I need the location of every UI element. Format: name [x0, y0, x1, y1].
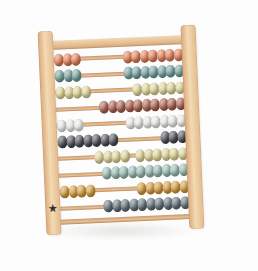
bead-group: [59, 184, 94, 198]
product-photo: ★: [0, 0, 258, 271]
bead-group: [135, 147, 187, 162]
rod-row-1: [54, 48, 182, 67]
bead-group: [57, 133, 117, 149]
bead-white[interactable]: [73, 118, 84, 131]
rod-row-10: [60, 197, 188, 216]
bead-group: [94, 150, 129, 164]
bead-group: [136, 180, 188, 195]
bead-group: [122, 48, 182, 64]
bead-group: [55, 85, 90, 99]
rod-row-5: [56, 114, 184, 133]
rods-area: [53, 23, 190, 236]
bead-group: [132, 81, 184, 96]
rod-row-8: [59, 164, 187, 183]
bead-group: [54, 52, 80, 66]
bead-teal[interactable]: [71, 69, 82, 82]
bead-group: [160, 130, 186, 144]
bead-pale-yellow[interactable]: [81, 85, 92, 98]
bead-pale-yellow[interactable]: [119, 149, 130, 162]
abacus-frame: ★: [38, 23, 205, 238]
bead-coral-orange[interactable]: [71, 52, 82, 65]
bead-group: [102, 164, 187, 181]
bead-group: [125, 114, 185, 130]
bead-group: [103, 197, 188, 214]
rod-row-2: [54, 64, 182, 83]
rod-row-6: [57, 130, 185, 149]
star-logo-icon: ★: [45, 203, 61, 216]
bead-mustard[interactable]: [85, 184, 96, 197]
rod-row-9: [59, 180, 187, 199]
bead-group: [56, 118, 82, 132]
rod-row-3: [55, 81, 183, 100]
bead-charcoal[interactable]: [108, 133, 119, 146]
bead-group: [54, 69, 80, 83]
bead-group: [123, 64, 183, 80]
rod-row-4: [56, 97, 184, 116]
bead-group: [99, 97, 184, 114]
rod-row-7: [58, 147, 186, 166]
